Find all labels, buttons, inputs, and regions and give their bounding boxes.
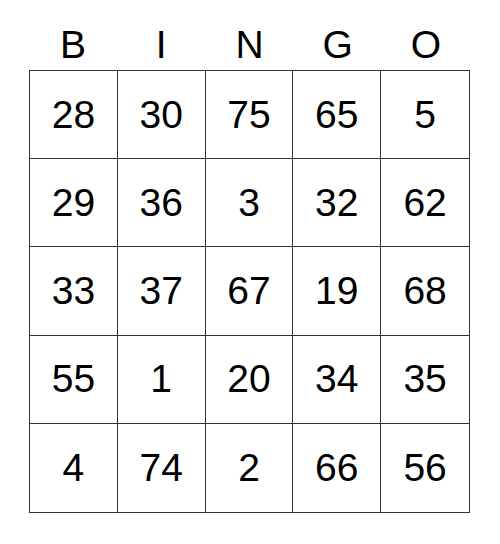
bingo-cell-r4c3[interactable]: 20 [206, 336, 294, 424]
bingo-cell-r5c5[interactable]: 56 [381, 424, 469, 512]
bingo-cell-r4c2[interactable]: 1 [118, 336, 206, 424]
bingo-cell-r2c4[interactable]: 32 [293, 159, 381, 247]
bingo-cell-r5c4[interactable]: 66 [293, 424, 381, 512]
bingo-cell-r3c4[interactable]: 19 [293, 247, 381, 335]
bingo-cell-r1c5[interactable]: 5 [381, 71, 469, 159]
header-letter-g: G [294, 0, 382, 70]
bingo-board: 28 30 75 65 5 29 36 3 32 62 33 37 67 19 … [29, 70, 470, 513]
bingo-cell-r1c3[interactable]: 75 [206, 71, 294, 159]
bingo-cell-r4c4[interactable]: 34 [293, 336, 381, 424]
bingo-cell-r3c5[interactable]: 68 [381, 247, 469, 335]
bingo-cell-r3c1[interactable]: 33 [30, 247, 118, 335]
bingo-cell-r1c2[interactable]: 30 [118, 71, 206, 159]
header-letter-i: I [117, 0, 205, 70]
header-letter-o: O [382, 0, 470, 70]
bingo-cell-r5c1[interactable]: 4 [30, 424, 118, 512]
bingo-cell-r2c1[interactable]: 29 [30, 159, 118, 247]
bingo-cell-r2c3[interactable]: 3 [206, 159, 294, 247]
bingo-cell-r4c5[interactable]: 35 [381, 336, 469, 424]
bingo-cell-r2c5[interactable]: 62 [381, 159, 469, 247]
bingo-cell-r1c4[interactable]: 65 [293, 71, 381, 159]
header-letter-b: B [29, 0, 117, 70]
bingo-header-row: B I N G O [29, 0, 470, 70]
bingo-cell-r5c2[interactable]: 74 [118, 424, 206, 512]
bingo-card: B I N G O 28 30 75 65 5 29 36 3 32 62 33… [0, 0, 500, 544]
bingo-cell-r1c1[interactable]: 28 [30, 71, 118, 159]
bingo-cell-r5c3[interactable]: 2 [206, 424, 294, 512]
bingo-cell-r4c1[interactable]: 55 [30, 336, 118, 424]
bingo-cell-r3c2[interactable]: 37 [118, 247, 206, 335]
bingo-cell-r2c2[interactable]: 36 [118, 159, 206, 247]
header-letter-n: N [205, 0, 293, 70]
bingo-cell-r3c3[interactable]: 67 [206, 247, 294, 335]
